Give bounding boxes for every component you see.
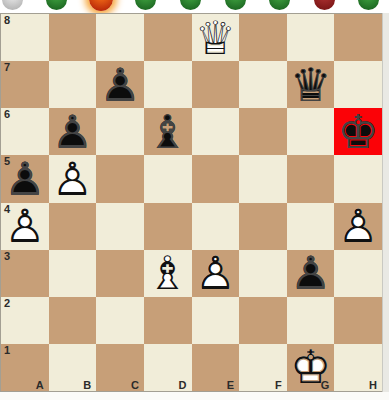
square-a5[interactable]: 5♟♙	[1, 155, 49, 202]
square-c8[interactable]	[96, 14, 144, 61]
square-a7[interactable]: 7	[1, 61, 49, 108]
square-e8[interactable]: ♛♕	[192, 14, 240, 61]
piece-white-K-g1[interactable]: ♚♔	[287, 344, 335, 391]
square-a6[interactable]: 6	[1, 108, 49, 155]
piece-black-P-g3[interactable]: ♟♙	[287, 250, 335, 297]
piece-black-P-a5[interactable]: ♟♙	[1, 155, 49, 202]
square-h8[interactable]	[334, 14, 382, 61]
square-d5[interactable]	[144, 155, 192, 202]
square-d1[interactable]: D	[144, 344, 192, 391]
piece-white-P-a4[interactable]: ♟♙	[1, 203, 49, 250]
rank-label-2: 2	[4, 297, 10, 310]
square-a3[interactable]: 3	[1, 250, 49, 297]
square-g4[interactable]	[287, 203, 335, 250]
square-c6[interactable]	[96, 108, 144, 155]
square-b4[interactable]	[49, 203, 97, 250]
square-h5[interactable]	[334, 155, 382, 202]
piece-white-P-e3[interactable]: ♟♙	[192, 250, 240, 297]
square-h7[interactable]	[334, 61, 382, 108]
square-b2[interactable]	[49, 297, 97, 344]
indicator-dot-8-dark-red[interactable]	[314, 0, 335, 10]
square-f8[interactable]	[239, 14, 287, 61]
square-g8[interactable]	[287, 14, 335, 61]
piece-white-P-h4[interactable]: ♟♙	[334, 203, 382, 250]
piece-outline-glyph: ♙	[287, 250, 335, 297]
piece-white-P-b5[interactable]: ♟♙	[49, 155, 97, 202]
indicator-dot-5-green[interactable]	[180, 0, 201, 10]
piece-outline-glyph: ♔	[334, 108, 382, 155]
square-g5[interactable]	[287, 155, 335, 202]
square-g2[interactable]	[287, 297, 335, 344]
bottom-gutter	[0, 392, 389, 400]
square-e6[interactable]	[192, 108, 240, 155]
file-label-E: E	[227, 379, 234, 391]
piece-black-P-c7[interactable]: ♟♙	[96, 61, 144, 108]
square-d3[interactable]: ♝♗	[144, 250, 192, 297]
square-a2[interactable]: 2	[1, 297, 49, 344]
square-f1[interactable]: F	[239, 344, 287, 391]
file-label-B: B	[83, 379, 91, 391]
square-e1[interactable]: E	[192, 344, 240, 391]
file-label-D: D	[179, 379, 187, 391]
square-f6[interactable]	[239, 108, 287, 155]
square-a1[interactable]: 1A	[1, 344, 49, 391]
piece-black-Q-g7[interactable]: ♛♕	[287, 61, 335, 108]
square-h4[interactable]: ♟♙	[334, 203, 382, 250]
square-g7[interactable]: ♛♕	[287, 61, 335, 108]
file-label-F: F	[275, 379, 282, 391]
square-d6[interactable]: ♝♗	[144, 108, 192, 155]
indicator-dot-6-green[interactable]	[225, 0, 246, 10]
square-f7[interactable]	[239, 61, 287, 108]
square-f4[interactable]	[239, 203, 287, 250]
piece-outline-glyph: ♗	[144, 108, 192, 155]
square-f5[interactable]	[239, 155, 287, 202]
square-h2[interactable]	[334, 297, 382, 344]
indicator-dot-1-silver[interactable]	[2, 0, 23, 10]
piece-outline-glyph: ♙	[1, 203, 49, 250]
square-h3[interactable]	[334, 250, 382, 297]
indicator-dot-2-green[interactable]	[46, 0, 67, 10]
indicator-dot-4-green[interactable]	[135, 0, 156, 10]
chess-app-screen: 8♛♕7♟♙♛♕6♟♙♝♗♚♔5♟♙♟♙4♟♙♟♙3♝♗♟♙♟♙21ABCDEF…	[0, 0, 389, 400]
square-a4[interactable]: 4♟♙	[1, 203, 49, 250]
square-e3[interactable]: ♟♙	[192, 250, 240, 297]
square-b3[interactable]	[49, 250, 97, 297]
square-b5[interactable]: ♟♙	[49, 155, 97, 202]
indicator-dot-3-red-glow[interactable]	[89, 0, 113, 11]
square-h1[interactable]: H	[334, 344, 382, 391]
square-c2[interactable]	[96, 297, 144, 344]
square-c1[interactable]: C	[96, 344, 144, 391]
indicator-dot-9-green[interactable]	[358, 0, 379, 10]
square-f3[interactable]	[239, 250, 287, 297]
square-g1[interactable]: G♚♔	[287, 344, 335, 391]
piece-outline-glyph: ♔	[287, 344, 335, 391]
file-label-H: H	[369, 379, 377, 391]
square-d8[interactable]	[144, 14, 192, 61]
rank-label-3: 3	[4, 250, 10, 263]
square-d2[interactable]	[144, 297, 192, 344]
rank-label-7: 7	[4, 61, 10, 74]
square-b8[interactable]	[49, 14, 97, 61]
piece-outline-glyph: ♙	[192, 250, 240, 297]
piece-black-K-h6[interactable]: ♚♔	[334, 108, 382, 155]
piece-white-Q-e8[interactable]: ♛♕	[192, 14, 240, 61]
piece-white-B-d3[interactable]: ♝♗	[144, 250, 192, 297]
piece-outline-glyph: ♙	[49, 108, 97, 155]
right-gutter	[382, 13, 389, 392]
square-b6[interactable]: ♟♙	[49, 108, 97, 155]
file-label-C: C	[131, 379, 139, 391]
square-c3[interactable]	[96, 250, 144, 297]
square-g6[interactable]	[287, 108, 335, 155]
indicator-dot-7-green[interactable]	[269, 0, 290, 10]
square-e7[interactable]	[192, 61, 240, 108]
square-d7[interactable]	[144, 61, 192, 108]
piece-outline-glyph: ♙	[49, 155, 97, 202]
file-label-A: A	[36, 379, 44, 391]
square-g3[interactable]: ♟♙	[287, 250, 335, 297]
square-e2[interactable]	[192, 297, 240, 344]
square-h6[interactable]: ♚♔	[334, 108, 382, 155]
square-b7[interactable]	[49, 61, 97, 108]
rank-label-8: 8	[4, 14, 10, 27]
piece-outline-glyph: ♕	[287, 61, 335, 108]
square-a8[interactable]: 8	[1, 14, 49, 61]
piece-black-P-b6[interactable]: ♟♙	[49, 108, 97, 155]
piece-outline-glyph: ♙	[96, 61, 144, 108]
rank-label-1: 1	[4, 344, 10, 357]
square-c5[interactable]	[96, 155, 144, 202]
piece-outline-glyph: ♗	[144, 250, 192, 297]
piece-black-B-d6[interactable]: ♝♗	[144, 108, 192, 155]
square-b1[interactable]: B	[49, 344, 97, 391]
piece-outline-glyph: ♙	[334, 203, 382, 250]
square-c4[interactable]	[96, 203, 144, 250]
square-f2[interactable]	[239, 297, 287, 344]
rank-label-6: 6	[4, 108, 10, 121]
square-e4[interactable]	[192, 203, 240, 250]
piece-outline-glyph: ♕	[192, 14, 240, 61]
piece-outline-glyph: ♙	[1, 155, 49, 202]
chess-board: 8♛♕7♟♙♛♕6♟♙♝♗♚♔5♟♙♟♙4♟♙♟♙3♝♗♟♙♟♙21ABCDEF…	[0, 13, 383, 392]
square-d4[interactable]	[144, 203, 192, 250]
square-e5[interactable]	[192, 155, 240, 202]
square-c7[interactable]: ♟♙	[96, 61, 144, 108]
